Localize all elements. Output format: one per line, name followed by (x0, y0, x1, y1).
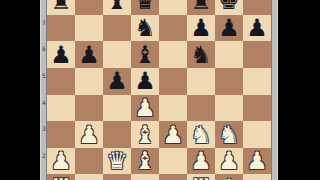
piece-black-king: ♚ (218, 0, 240, 14)
square-c1 (103, 174, 131, 180)
piece-white-pawn: ♟ (190, 148, 212, 174)
square-h3 (243, 121, 271, 148)
square-g6 (215, 41, 243, 68)
square-a6: ♟ (47, 41, 75, 68)
square-f2: ♟ (187, 148, 215, 175)
square-b4 (75, 95, 103, 122)
square-g1: ♚ (215, 174, 243, 180)
square-f5 (187, 68, 215, 95)
square-b5 (75, 68, 103, 95)
chess-board: ♜♝♛♜♚♞♟♟♟♟♟♝♞♟♟♟♟♝♟♞♞♟♛♝♟♟♟♜♜♚ (47, 0, 271, 180)
square-c2: ♛ (103, 148, 131, 175)
square-b6: ♟ (75, 41, 103, 68)
piece-white-rook: ♜ (190, 175, 212, 180)
square-c8: ♝ (103, 0, 131, 15)
square-f6: ♞ (187, 41, 215, 68)
square-f4 (187, 95, 215, 122)
square-g5 (215, 68, 243, 95)
piece-black-pawn: ♟ (50, 42, 72, 68)
piece-white-bishop: ♝ (134, 122, 156, 148)
square-d2: ♝ (131, 148, 159, 175)
piece-black-bishop: ♝ (106, 0, 128, 14)
square-g3: ♞ (215, 121, 243, 148)
piece-white-pawn: ♟ (78, 122, 100, 148)
piece-white-knight: ♞ (218, 122, 240, 148)
square-g8: ♚ (215, 0, 243, 15)
piece-black-pawn: ♟ (78, 42, 100, 68)
piece-white-king: ♚ (218, 175, 240, 180)
square-b7 (75, 15, 103, 42)
piece-black-bishop: ♝ (134, 42, 156, 68)
square-f3: ♞ (187, 121, 215, 148)
board-right-border (271, 0, 278, 180)
square-h8 (243, 0, 271, 15)
square-e6 (159, 41, 187, 68)
square-a2: ♟ (47, 148, 75, 175)
square-a8: ♜ (47, 0, 75, 15)
square-e1 (159, 174, 187, 180)
square-b3: ♟ (75, 121, 103, 148)
piece-black-rook: ♜ (50, 0, 72, 14)
square-d5: ♟ (131, 68, 159, 95)
square-d4: ♟ (131, 95, 159, 122)
square-d8: ♛ (131, 0, 159, 15)
square-f7: ♟ (187, 15, 215, 42)
square-c7 (103, 15, 131, 42)
square-d1 (131, 174, 159, 180)
square-a1: ♜ (47, 174, 75, 180)
square-a4 (47, 95, 75, 122)
square-a7 (47, 15, 75, 42)
video-frame: 87654321 ♜♝♛♜♚♞♟♟♟♟♟♝♞♟♟♟♟♝♟♞♞♟♛♝♟♟♟♜♜♚ (0, 0, 320, 180)
square-g7: ♟ (215, 15, 243, 42)
square-d7: ♞ (131, 15, 159, 42)
square-h4 (243, 95, 271, 122)
square-e4 (159, 95, 187, 122)
square-c3 (103, 121, 131, 148)
square-c4 (103, 95, 131, 122)
square-h5 (243, 68, 271, 95)
square-d3: ♝ (131, 121, 159, 148)
square-e7 (159, 15, 187, 42)
square-h1 (243, 174, 271, 180)
piece-white-queen: ♛ (106, 148, 128, 174)
piece-black-queen: ♛ (134, 0, 156, 14)
square-h7: ♟ (243, 15, 271, 42)
piece-white-bishop: ♝ (134, 148, 156, 174)
square-e2 (159, 148, 187, 175)
piece-white-pawn: ♟ (218, 148, 240, 174)
piece-black-pawn: ♟ (134, 68, 156, 94)
piece-black-pawn: ♟ (106, 68, 128, 94)
square-a3 (47, 121, 75, 148)
piece-white-pawn: ♟ (246, 148, 268, 174)
piece-black-pawn: ♟ (246, 15, 268, 41)
rank-label-strip: 87654321 (40, 0, 47, 180)
square-g2: ♟ (215, 148, 243, 175)
piece-white-rook: ♜ (50, 175, 72, 180)
piece-black-rook: ♜ (190, 0, 212, 14)
square-f8: ♜ (187, 0, 215, 15)
piece-black-knight: ♞ (190, 42, 212, 68)
piece-white-pawn: ♟ (50, 148, 72, 174)
square-a5 (47, 68, 75, 95)
square-h6 (243, 41, 271, 68)
square-b8 (75, 0, 103, 15)
square-e3: ♟ (159, 121, 187, 148)
piece-black-knight: ♞ (134, 15, 156, 41)
square-h2: ♟ (243, 148, 271, 175)
square-d6: ♝ (131, 41, 159, 68)
square-c5: ♟ (103, 68, 131, 95)
square-e5 (159, 68, 187, 95)
piece-black-pawn: ♟ (190, 15, 212, 41)
square-c6 (103, 41, 131, 68)
piece-black-pawn: ♟ (218, 15, 240, 41)
square-e8 (159, 0, 187, 15)
square-b1 (75, 174, 103, 180)
piece-white-knight: ♞ (190, 122, 212, 148)
piece-white-pawn: ♟ (162, 122, 184, 148)
piece-white-pawn: ♟ (134, 95, 156, 121)
square-g4 (215, 95, 243, 122)
square-b2 (75, 148, 103, 175)
square-f1: ♜ (187, 174, 215, 180)
